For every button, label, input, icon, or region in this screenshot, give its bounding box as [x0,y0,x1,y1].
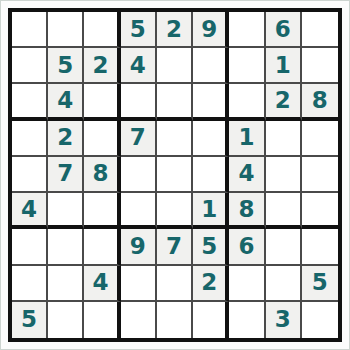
cell-r5c1[interactable] [12,157,48,193]
cell-r8c6[interactable]: 2 [193,266,229,302]
cell-r2c4[interactable]: 4 [121,48,157,84]
cell-r5c4[interactable] [121,157,157,193]
cell-r6c5[interactable] [157,193,193,229]
cell-r3c7[interactable] [229,84,265,120]
cell-r6c7[interactable]: 8 [229,193,265,229]
cell-r8c3[interactable]: 4 [84,266,120,302]
cell-r2c3[interactable]: 2 [84,48,120,84]
cell-r8c7[interactable] [229,266,265,302]
cell-r7c6[interactable]: 5 [193,229,229,265]
cell-r2c7[interactable] [229,48,265,84]
cell-r7c5[interactable]: 7 [157,229,193,265]
cell-r9c7[interactable] [229,302,265,338]
cell-r4c2[interactable]: 2 [48,121,84,157]
cell-r3c2[interactable]: 4 [48,84,84,120]
cell-r9c5[interactable] [157,302,193,338]
cell-r6c6[interactable]: 1 [193,193,229,229]
cell-r9c9[interactable] [302,302,338,338]
cell-r1c2[interactable] [48,12,84,48]
cell-r2c1[interactable] [12,48,48,84]
cell-r2c6[interactable] [193,48,229,84]
cell-r1c6[interactable]: 9 [193,12,229,48]
cell-r7c3[interactable] [84,229,120,265]
cell-r3c4[interactable] [121,84,157,120]
cell-r2c9[interactable] [302,48,338,84]
cell-r3c3[interactable] [84,84,120,120]
cell-r8c8[interactable] [266,266,302,302]
cell-r4c5[interactable] [157,121,193,157]
cell-r8c5[interactable] [157,266,193,302]
cell-r1c9[interactable] [302,12,338,48]
cell-r1c5[interactable]: 2 [157,12,193,48]
cell-r8c1[interactable] [12,266,48,302]
cell-r1c8[interactable]: 6 [266,12,302,48]
cell-r7c8[interactable] [266,229,302,265]
cell-r5c8[interactable] [266,157,302,193]
cell-r9c3[interactable] [84,302,120,338]
cell-r4c1[interactable] [12,121,48,157]
cell-r8c9[interactable]: 5 [302,266,338,302]
cell-r5c9[interactable] [302,157,338,193]
cell-r1c1[interactable] [12,12,48,48]
cell-r3c5[interactable] [157,84,193,120]
cell-r2c8[interactable]: 1 [266,48,302,84]
cell-r6c3[interactable] [84,193,120,229]
cell-r1c7[interactable] [229,12,265,48]
cell-r3c1[interactable] [12,84,48,120]
cell-r8c2[interactable] [48,266,84,302]
cell-r6c4[interactable] [121,193,157,229]
cell-r4c7[interactable]: 1 [229,121,265,157]
cell-r6c9[interactable] [302,193,338,229]
cell-r9c4[interactable] [121,302,157,338]
cell-r4c4[interactable]: 7 [121,121,157,157]
cell-r1c4[interactable]: 5 [121,12,157,48]
cell-r4c8[interactable] [266,121,302,157]
cell-r7c7[interactable]: 6 [229,229,265,265]
cell-r7c4[interactable]: 9 [121,229,157,265]
cell-r3c8[interactable]: 2 [266,84,302,120]
cell-r9c8[interactable]: 3 [266,302,302,338]
cell-r9c2[interactable] [48,302,84,338]
cell-r7c2[interactable] [48,229,84,265]
cell-r3c6[interactable] [193,84,229,120]
cell-r4c9[interactable] [302,121,338,157]
cell-r9c1[interactable]: 5 [12,302,48,338]
sudoku-puzzle-page: 52965241428271784418975642553 [0,0,350,350]
cell-r5c7[interactable]: 4 [229,157,265,193]
cell-r3c9[interactable]: 8 [302,84,338,120]
cell-r6c8[interactable] [266,193,302,229]
cell-r6c1[interactable]: 4 [12,193,48,229]
cell-r6c2[interactable] [48,193,84,229]
cell-r5c6[interactable] [193,157,229,193]
cell-r7c1[interactable] [12,229,48,265]
cell-r4c3[interactable] [84,121,120,157]
cell-r5c2[interactable]: 7 [48,157,84,193]
cell-r5c3[interactable]: 8 [84,157,120,193]
cell-r9c6[interactable] [193,302,229,338]
cell-r8c4[interactable] [121,266,157,302]
sudoku-board: 52965241428271784418975642553 [8,8,342,342]
cell-r2c2[interactable]: 5 [48,48,84,84]
cell-r1c3[interactable] [84,12,120,48]
cell-r7c9[interactable] [302,229,338,265]
cell-r2c5[interactable] [157,48,193,84]
cell-r4c6[interactable] [193,121,229,157]
cell-r5c5[interactable] [157,157,193,193]
